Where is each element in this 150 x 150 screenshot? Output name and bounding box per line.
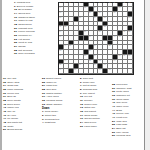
clue-number: 57. (42, 84, 45, 87)
clue-item: 11. Gloomy (80, 99, 112, 102)
clue-number: 31. (3, 77, 6, 80)
cell-number: 54 (89, 50, 91, 52)
clue-number: 4. (42, 121, 44, 124)
clue-item: 14. Opera solo (14, 12, 56, 15)
clue-item: 49. Gusty (3, 125, 37, 128)
clue-number: 24. (80, 121, 83, 124)
crossword-grid[interactable]: 1234567891011121314151617181920212223242… (58, 2, 134, 76)
clue-item: 28. Not as much (14, 49, 56, 52)
cell-number: 50 (69, 45, 71, 47)
clue-item: 5. Sour fruit (80, 77, 112, 80)
cell-number: 68 (104, 64, 106, 66)
clue-number: 46. (112, 112, 115, 115)
cell-number: 61 (64, 60, 66, 62)
clue-item: 46. Sly look (3, 114, 37, 117)
cell-number: 41 (114, 36, 116, 38)
clue-number: 61. (42, 95, 45, 98)
clue-number: 63. (42, 103, 45, 106)
cell-number: 27 (69, 21, 71, 23)
cell-number: 8 (99, 2, 100, 4)
clue-number: 9. (80, 92, 82, 95)
clue-item: 30. Roof overhang (14, 52, 56, 55)
clue-number: 47. (112, 116, 115, 119)
clue-item: 24. Ship's pole (80, 121, 112, 124)
cell-number: 28 (74, 21, 76, 23)
clue-number: 54. (112, 127, 115, 130)
clue-number: 17. (80, 114, 83, 117)
clue-item: 63. Stage whisper (42, 103, 75, 106)
clue-item: 37. Born as (3, 95, 37, 98)
clue-number: 30. (14, 52, 17, 55)
clue-item: 13. Stitch line (80, 106, 112, 109)
cell-number: 47 (104, 40, 106, 42)
cell-number: 6 (89, 2, 90, 4)
cell-number: 55 (59, 55, 61, 57)
clue-item: 29. Chimney dust (112, 87, 143, 90)
clue-number: 21. (14, 30, 17, 33)
clue-item: 54. Barn loft (112, 127, 143, 130)
cell-number: 1 (59, 2, 60, 4)
cell-number: 4 (74, 2, 75, 4)
clue-number: 18. (14, 23, 17, 26)
cell-number: 44 (74, 40, 76, 42)
clue-number: 53. (42, 77, 45, 80)
clue-number: 12. (14, 8, 17, 11)
cell-number: 14 (59, 7, 61, 9)
clue-number: 49. (3, 125, 6, 128)
cell-number: 53 (59, 50, 61, 52)
clue-number: 1. (42, 110, 44, 113)
cell-number: 25 (104, 17, 106, 19)
cell-number: 49 (64, 45, 66, 47)
cell-number: 62 (89, 60, 91, 62)
clue-item: 52. Fish eggs (112, 123, 143, 126)
cell-number: 2 (64, 2, 65, 4)
clue-item: 3. Cleaning tool (42, 118, 75, 121)
clue-column-bottom-3: 5. Sour fruit6. Jump rope7. Not at home8… (80, 77, 112, 128)
clue-item: 59. Morning dew (112, 134, 143, 137)
clue-number: 22. (14, 34, 17, 37)
cell-number: 9 (104, 2, 105, 4)
cell-number: 35 (84, 31, 86, 33)
cell-number: 37 (123, 31, 125, 33)
clue-number: 40. (112, 101, 115, 104)
clue-number: 60. (42, 92, 45, 95)
clue-number: 19. (80, 117, 83, 120)
clue-item: 58. Golf goal (42, 88, 75, 91)
clue-number: 28. (14, 49, 17, 52)
clue-number: 35. (3, 88, 6, 91)
clue-number: 45. (3, 110, 6, 113)
clue-item: 62. Mended socks (42, 99, 75, 102)
clue-number: 11. (80, 99, 83, 102)
clue-item: 27. Squad (14, 45, 56, 48)
clue-item: 18. Salad green (14, 23, 56, 26)
cell-number: 12 (123, 2, 125, 4)
clue-item: 16. Toddler's taboo (14, 16, 56, 19)
cell-number: 21 (114, 12, 116, 14)
cell-number: 39 (59, 36, 61, 38)
cell-number: 20 (99, 12, 101, 14)
cell-number: 46 (84, 40, 86, 42)
clue-number: 2. (42, 114, 44, 117)
clue-item: 51. Wise bird (112, 120, 143, 123)
cell-number: 10 (109, 2, 111, 4)
cell-number: 31 (59, 26, 61, 28)
clue-number: 6. (80, 81, 82, 84)
clue-item: 12. Rodeo rope (80, 103, 112, 106)
cell-number: 52 (109, 45, 111, 47)
clue-number: 10. (80, 95, 83, 98)
clue-number: 16. (14, 16, 17, 19)
clue-item: 36. Pencil end (3, 92, 37, 95)
clue-number: 42. (3, 103, 6, 106)
cell-number: 69 (59, 69, 61, 71)
clue-item: 23. Hot spring (14, 38, 56, 41)
clue-number: 26. (80, 125, 83, 128)
clue-item: 53. Desert haven (42, 77, 75, 80)
cell-number: 3 (69, 2, 70, 4)
clue-item: 4. Night bird (42, 121, 75, 124)
clue-column-bottom-4: 28. Lion's den29. Chimney dust30. Polite… (112, 83, 143, 138)
cell-number: 38 (128, 31, 130, 33)
clue-item: 34. Sushi fish (3, 84, 37, 87)
clue-item: 60. Rant's partner (42, 92, 75, 95)
clue-number: 8. (80, 88, 82, 91)
cell-number: 11 (114, 2, 116, 4)
cell-number: 32 (64, 26, 66, 28)
clue-number: 56. (112, 131, 115, 134)
clue-item: 1. Wading bird (14, 1, 56, 4)
clue-item: 46. Puzzle clue (112, 112, 143, 115)
cell-number: 67 (94, 64, 96, 66)
clue-number: 5. (80, 77, 82, 80)
clue-item: 17. Small horse (80, 114, 112, 117)
clue-number: 28. (112, 83, 115, 86)
cell-number: 26 (128, 17, 130, 19)
clue-item: 56. Lazy mood (112, 131, 143, 134)
cell-number: 36 (99, 31, 101, 33)
clue-number: 59. (112, 134, 115, 137)
cell-number: 60 (128, 55, 130, 57)
cell-number: 19 (89, 12, 91, 14)
clue-number: 29. (112, 87, 115, 90)
across-clue-column-top: 1. Wading bird6. Boxer's combo12. Bit of… (14, 1, 56, 56)
clue-number: 13. (80, 106, 83, 109)
clue-number: 25. (14, 41, 17, 44)
cell-number: 56 (84, 55, 86, 57)
clue-number: 20. (14, 27, 17, 30)
cell-number: 18 (59, 12, 61, 14)
cell-number: 72 (109, 69, 111, 71)
clue-number: 51. (112, 120, 115, 123)
cell-number: 57 (94, 55, 96, 57)
cell-number: 58 (118, 55, 120, 57)
clue-item: 61. Apple seed (42, 95, 75, 98)
cell-number: 48 (114, 40, 116, 42)
clue-item: 25. Went by bus (14, 41, 56, 44)
clue-number: 38. (3, 99, 6, 102)
clue-item: 33. Campfire bit (112, 94, 143, 97)
cell-number: 66 (79, 64, 81, 66)
clue-column-bottom-2: 53. Desert haven55. Came up57. Lawn trim… (42, 77, 75, 125)
cell-number: 34 (59, 31, 61, 33)
clue-number: 1. (14, 1, 16, 4)
clue-item: 12. Bit of gossip (14, 8, 56, 11)
cell-number: 22 (59, 17, 61, 19)
clue-item: 48. Old photo tint (3, 121, 37, 124)
clue-item: 42. Deep sleep (3, 103, 37, 106)
clue-item: 17. Came to rest (14, 19, 56, 22)
cell-number: 5 (79, 2, 80, 4)
clue-number: 55. (42, 81, 45, 84)
page-right-margin (145, 0, 150, 150)
cell-number: 15 (84, 7, 86, 9)
clue-number: 47. (3, 117, 6, 120)
clue-item: 38. River mouth (3, 99, 37, 102)
cell-number: 45 (79, 40, 81, 42)
cell-number: 63 (99, 60, 101, 62)
clue-item: 20. Mideast ruler (14, 27, 56, 30)
clue-number: 62. (42, 99, 45, 102)
clue-item: 41. Choir voice (112, 105, 143, 108)
clue-item: 1. Cook slowly (42, 110, 75, 113)
clue-item: 21. Fence opening (14, 30, 56, 33)
clue-item: 22. Mournful cry (14, 34, 56, 37)
clue-item: 57. Lawn trim (42, 84, 75, 87)
clue-number: 14. (14, 12, 17, 15)
cell-number: 43 (59, 40, 61, 42)
cell-number: 70 (74, 69, 76, 71)
clue-item: 10. Pie nut (80, 95, 112, 98)
clue-number: 52. (112, 123, 115, 126)
clue-item: 40. Clay brick (112, 101, 143, 104)
clue-item: 9. Tiny insect (80, 92, 112, 95)
clue-number: 39. (112, 98, 115, 101)
clue-number: 44. (112, 109, 115, 112)
clue-number: 34. (3, 84, 6, 87)
clue-item: 7. Not at home (80, 84, 112, 87)
cell-number: 64 (114, 60, 116, 62)
clue-item: 26. Farm tower (80, 125, 112, 128)
cell-number: 30 (109, 21, 111, 23)
clue-item: 55. Came up (42, 81, 75, 84)
clue-item: 43. Wheel rod (3, 106, 37, 109)
clue-item: 47. Ice house (3, 117, 37, 120)
clue-item: 44. Braid (112, 109, 143, 112)
clue-item: 6. Jump rope (80, 81, 112, 84)
cell-number: 24 (94, 17, 96, 19)
cell-number: 59 (123, 55, 125, 57)
clue-item: 47. Frost over (112, 116, 143, 119)
clue-number: 23. (14, 38, 17, 41)
clue-number: 36. (3, 92, 6, 95)
clue-number: 27. (14, 45, 17, 48)
clue-number: 48. (3, 121, 6, 124)
clue-item: 50. Bread spread (3, 128, 37, 131)
cell-number: 7 (94, 2, 95, 4)
clue-item: 39. Quick swim (112, 98, 143, 101)
clue-number: 37. (3, 95, 6, 98)
cell-number: 33 (104, 26, 106, 28)
clue-item: 2. Street talk (42, 114, 75, 117)
clue-number: 30. (112, 90, 115, 93)
clue-number: 58. (42, 88, 45, 91)
cell-number: 40 (89, 36, 91, 38)
clue-number: 15. (80, 110, 83, 113)
clue-item: 8. Spanish gold (80, 88, 112, 91)
clue-item: 15. Tea biscuit (80, 110, 112, 113)
clue-number: 3. (42, 118, 44, 121)
clue-item: 32. Sticky stuff (3, 81, 37, 84)
cell-number: 16 (94, 7, 96, 9)
grid-cell-14-14[interactable] (128, 69, 133, 74)
clue-item: 35. Make amends (3, 88, 37, 91)
clue-number: 46. (3, 114, 6, 117)
clue-column-bottom-1: 31. Tiny bite32. Sticky stuff34. Sushi f… (3, 77, 37, 132)
clue-number: 33. (112, 94, 115, 97)
clue-number: 32. (3, 81, 6, 84)
clue-item: 45. Tidy up (3, 110, 37, 113)
clue-item: 30. Polite word (112, 90, 143, 93)
clue-number: 17. (14, 19, 17, 22)
cell-number: 51 (94, 45, 96, 47)
clue-number: 50. (3, 128, 6, 131)
cell-number: 65 (59, 64, 61, 66)
cell-number: 71 (99, 69, 101, 71)
clue-number: 43. (3, 106, 6, 109)
clue-item: 6. Boxer's combo (14, 5, 56, 8)
page-left-edge (0, 0, 2, 150)
clue-item: 28. Lion's den (112, 83, 143, 86)
clue-item: 19. Ocean motion (80, 117, 112, 120)
cell-number: 13 (128, 2, 130, 4)
clue-number: 12. (80, 103, 83, 106)
cell-number: 29 (99, 21, 101, 23)
clue-number: 41. (112, 105, 115, 108)
clue-item: 31. Tiny bite (3, 77, 37, 80)
cell-number: 17 (118, 7, 120, 9)
cell-number: 42 (118, 36, 120, 38)
clue-number: 7. (80, 84, 82, 87)
cell-number: 23 (79, 17, 81, 19)
clue-number: 6. (14, 5, 16, 8)
